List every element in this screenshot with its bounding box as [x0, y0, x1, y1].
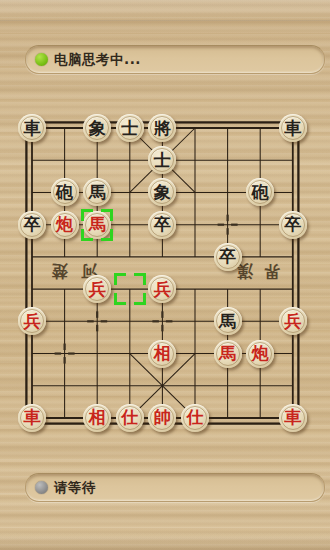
piece-glyph: 炮: [56, 216, 73, 233]
piece-glyph: 炮: [252, 345, 269, 362]
black-piece-cell[interactable]: 士: [146, 144, 179, 176]
red-piece[interactable]: 馬: [214, 340, 242, 368]
black-piece[interactable]: 卒: [148, 211, 176, 239]
black-piece-cell[interactable]: 將: [146, 112, 179, 144]
black-piece[interactable]: 卒: [279, 211, 307, 239]
red-piece[interactable]: 炮: [246, 340, 274, 368]
red-piece-cell[interactable]: 仕: [113, 402, 146, 434]
red-piece[interactable]: 帥: [148, 404, 176, 432]
black-piece[interactable]: 士: [148, 146, 176, 174]
piece-glyph: 象: [154, 183, 171, 200]
black-piece[interactable]: 車: [279, 114, 307, 142]
red-piece[interactable]: 車: [279, 404, 307, 432]
black-piece-cell[interactable]: 馬: [81, 176, 114, 208]
piece-glyph: 仕: [186, 409, 203, 426]
red-piece-cell[interactable]: 兵: [146, 273, 179, 305]
black-piece[interactable]: 士: [116, 114, 144, 142]
black-piece-cell[interactable]: 馬: [211, 305, 244, 337]
black-piece-cell[interactable]: 卒: [276, 209, 309, 241]
black-piece-cell[interactable]: 卒: [146, 209, 179, 241]
red-piece-cell[interactable]: 炮: [244, 337, 277, 369]
black-piece[interactable]: 象: [148, 178, 176, 206]
piece-glyph: 士: [154, 151, 171, 168]
red-piece[interactable]: 相: [148, 340, 176, 368]
piece-glyph: 車: [284, 409, 301, 426]
red-piece[interactable]: 仕: [116, 404, 144, 432]
piece-glyph: 砲: [56, 183, 73, 200]
status-text-top: 电脑思考中...: [54, 51, 141, 69]
top-shade-band: [0, 0, 330, 21]
piece-glyph: 馬: [219, 345, 236, 362]
black-piece-cell[interactable]: 卒: [16, 209, 49, 241]
piece-glyph: 兵: [154, 280, 171, 297]
red-piece-cell[interactable]: 馬: [81, 209, 114, 241]
piece-glyph: 馬: [89, 183, 106, 200]
red-piece-cell[interactable]: 相: [146, 337, 179, 369]
black-piece-cell[interactable]: 士: [113, 112, 146, 144]
piece-glyph: 卒: [284, 216, 301, 233]
black-piece[interactable]: 將: [148, 114, 176, 142]
piece-glyph: 兵: [23, 312, 40, 329]
black-piece[interactable]: 馬: [214, 307, 242, 335]
black-piece[interactable]: 卒: [214, 243, 242, 271]
red-piece[interactable]: 相: [83, 404, 111, 432]
status-text-bottom: 请等待: [54, 479, 96, 497]
app-screen: 电脑思考中... 楚河 漢界 車象士將車士砲馬象砲卒炮馬卒卒卒兵兵兵馬兵相馬炮車…: [0, 0, 330, 550]
piece-glyph: 車: [23, 119, 40, 136]
red-piece[interactable]: 兵: [148, 275, 176, 303]
status-bar-bottom: 请等待: [25, 473, 325, 502]
red-piece[interactable]: 馬: [83, 211, 111, 239]
black-piece-cell[interactable]: 象: [81, 112, 114, 144]
wait-indicator-dot: [35, 481, 48, 494]
red-piece[interactable]: 兵: [83, 275, 111, 303]
piece-glyph: 兵: [89, 280, 106, 297]
red-piece[interactable]: 炮: [51, 211, 79, 239]
red-piece-cell[interactable]: 車: [16, 402, 49, 434]
status-bar-top: 电脑思考中...: [25, 45, 325, 74]
piece-glyph: 仕: [121, 409, 138, 426]
black-piece-cell[interactable]: 車: [276, 112, 309, 144]
piece-glyph: 卒: [219, 248, 236, 265]
red-piece-cell[interactable]: 馬: [211, 337, 244, 369]
red-piece-cell[interactable]: 兵: [81, 273, 114, 305]
piece-glyph: 相: [89, 409, 106, 426]
piece-glyph: 將: [154, 119, 171, 136]
piece-glyph: 兵: [284, 312, 301, 329]
red-piece-cell[interactable]: 炮: [48, 209, 81, 241]
xiangqi-board[interactable]: 車象士將車士砲馬象砲卒炮馬卒卒卒兵兵兵馬兵相馬炮車相仕帥仕車: [16, 112, 309, 434]
black-piece[interactable]: 砲: [246, 178, 274, 206]
red-piece[interactable]: 兵: [279, 307, 307, 335]
piece-glyph: 卒: [154, 216, 171, 233]
piece-glyph: 車: [23, 409, 40, 426]
piece-glyph: 帥: [154, 409, 171, 426]
piece-glyph: 車: [284, 119, 301, 136]
bottom-shade-band: [0, 532, 330, 550]
piece-glyph: 卒: [23, 216, 40, 233]
piece-glyph: 象: [89, 119, 106, 136]
piece-glyph: 砲: [252, 183, 269, 200]
piece-glyph: 相: [154, 345, 171, 362]
piece-glyph: 士: [121, 119, 138, 136]
black-piece-cell[interactable]: 卒: [211, 241, 244, 273]
black-piece-cell[interactable]: 車: [16, 112, 49, 144]
red-piece-cell[interactable]: 車: [276, 402, 309, 434]
red-piece[interactable]: 仕: [181, 404, 209, 432]
red-piece[interactable]: 兵: [18, 307, 46, 335]
black-piece[interactable]: 車: [18, 114, 46, 142]
black-piece[interactable]: 砲: [51, 178, 79, 206]
black-piece[interactable]: 卒: [18, 211, 46, 239]
red-piece-cell[interactable]: 相: [81, 402, 114, 434]
black-piece-cell[interactable]: 象: [146, 176, 179, 208]
turn-indicator-dot: [35, 53, 48, 66]
red-piece[interactable]: 車: [18, 404, 46, 432]
black-piece[interactable]: 馬: [83, 178, 111, 206]
red-piece-cell[interactable]: 帥: [146, 402, 179, 434]
piece-glyph: 馬: [219, 312, 236, 329]
black-piece-cell[interactable]: 砲: [48, 176, 81, 208]
red-piece-cell[interactable]: 仕: [179, 402, 212, 434]
red-piece-cell[interactable]: 兵: [16, 305, 49, 337]
move-origin-marker: [114, 273, 146, 305]
piece-glyph: 馬: [89, 216, 106, 233]
black-piece-cell[interactable]: 砲: [244, 176, 277, 208]
black-piece[interactable]: 象: [83, 114, 111, 142]
red-piece-cell[interactable]: 兵: [276, 305, 309, 337]
